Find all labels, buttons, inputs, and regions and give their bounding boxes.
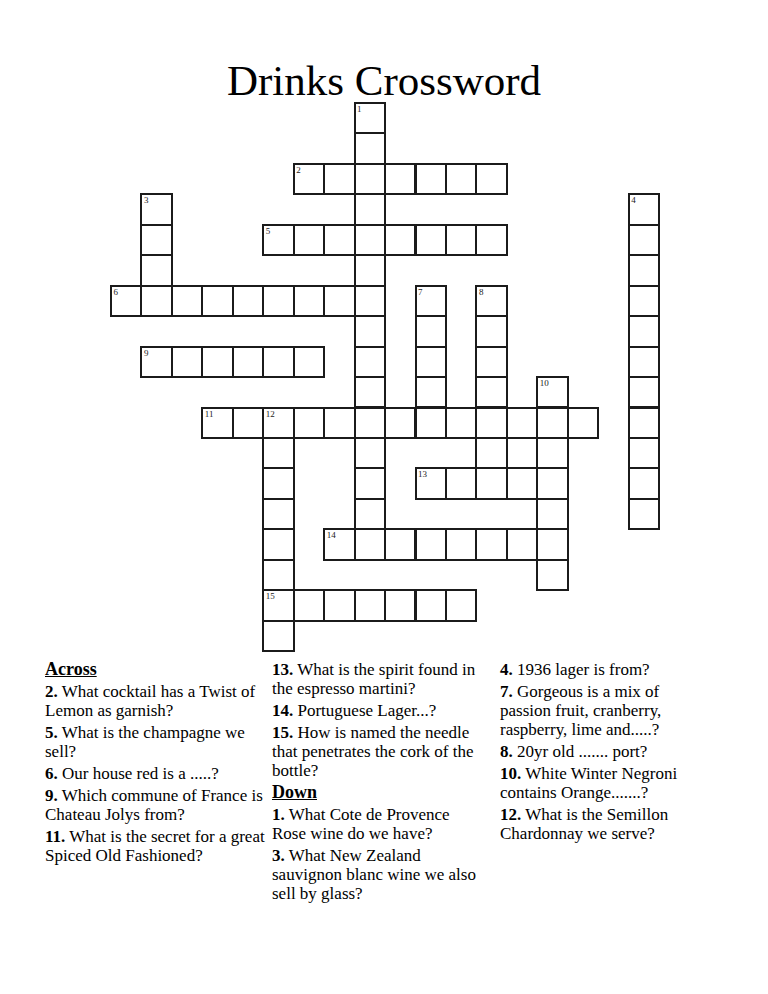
clue-across-2: 2. What cocktail has a Twist of Lemon as…: [45, 682, 265, 720]
grid-cell-r16c8[interactable]: [354, 589, 386, 621]
grid-cell-r10c8[interactable]: [354, 407, 386, 439]
clue-number-label: 8.: [500, 742, 513, 761]
grid-cell-r11c12[interactable]: [475, 437, 507, 469]
grid-cell-r2c8[interactable]: [354, 163, 386, 195]
grid-cell-r14c7[interactable]: 14: [323, 528, 355, 560]
grid-cell-r4c9[interactable]: [384, 224, 416, 256]
grid-cell-r10c7[interactable]: [323, 407, 355, 439]
clue-down-3: 3. What New Zealand sauvignon blanc wine…: [272, 846, 482, 903]
grid-cell-r13c5[interactable]: [262, 498, 294, 530]
clue-column-down: 4. 1936 lager is from?7. Gorgeous is a m…: [500, 660, 700, 846]
clue-number-label: 4.: [500, 660, 513, 679]
grid-cell-r14c13[interactable]: [506, 528, 538, 560]
cell-number-6: 6: [114, 287, 119, 297]
grid-cell-r7c17[interactable]: [628, 315, 660, 347]
grid-cell-r10c14[interactable]: [536, 407, 568, 439]
grid-cell-r12c8[interactable]: [354, 467, 386, 499]
grid-cell-r8c6[interactable]: [293, 346, 325, 378]
clue-number-label: 3.: [272, 846, 285, 865]
grid-cell-r16c9[interactable]: [384, 589, 416, 621]
grid-cell-r10c17[interactable]: [628, 407, 660, 439]
cell-number-11: 11: [205, 409, 214, 419]
cell-number-5: 5: [266, 226, 271, 236]
grid-cell-r10c13[interactable]: [506, 407, 538, 439]
grid-cell-r5c17[interactable]: [628, 254, 660, 286]
grid-cell-r6c8[interactable]: [354, 285, 386, 317]
grid-cell-r5c1[interactable]: [140, 254, 172, 286]
grid-cell-r12c11[interactable]: [445, 467, 477, 499]
grid-cell-r6c2[interactable]: [171, 285, 203, 317]
grid-cell-r4c11[interactable]: [445, 224, 477, 256]
grid-cell-r14c8[interactable]: [354, 528, 386, 560]
grid-cell-r2c12[interactable]: [475, 163, 507, 195]
grid-cell-r2c7[interactable]: [323, 163, 355, 195]
grid-cell-r6c4[interactable]: [232, 285, 264, 317]
grid-cell-r6c12[interactable]: 8: [475, 285, 507, 317]
grid-cell-r15c5[interactable]: [262, 559, 294, 591]
clue-down-1: 1. What Cote de Provence Rose wine do we…: [272, 805, 482, 843]
grid-cell-r8c5[interactable]: [262, 346, 294, 378]
clue-across-9: 9. Which commune of France is Chateau Jo…: [45, 786, 265, 824]
grid-cell-r7c12[interactable]: [475, 315, 507, 347]
clue-number-label: 2.: [45, 682, 58, 701]
grid-cell-r4c1[interactable]: [140, 224, 172, 256]
grid-cell-r10c9[interactable]: [384, 407, 416, 439]
grid-cell-r10c4[interactable]: [232, 407, 264, 439]
clue-text: What New Zealand sauvignon blanc wine we…: [272, 846, 476, 903]
grid-cell-r6c17[interactable]: [628, 285, 660, 317]
grid-cell-r8c12[interactable]: [475, 346, 507, 378]
grid-cell-r16c7[interactable]: [323, 589, 355, 621]
grid-cell-r11c8[interactable]: [354, 437, 386, 469]
clue-number-label: 6.: [45, 764, 58, 783]
crossword-grid: 123456789101112131415: [110, 102, 660, 652]
clue-text: What Cote de Provence Rose wine do we ha…: [272, 805, 450, 843]
clue-text: 1936 lager is from?: [513, 660, 650, 679]
clue-text: What cocktail has a Twist of Lemon as ga…: [45, 682, 255, 720]
grid-cell-r3c17[interactable]: 4: [628, 193, 660, 225]
clue-text: 20yr old ....... port?: [513, 742, 648, 761]
clue-number-label: 12.: [500, 805, 521, 824]
clue-number-label: 1.: [272, 805, 285, 824]
clue-text: What is the champagne we sell?: [45, 723, 245, 761]
clue-heading-across: Across: [45, 660, 265, 679]
grid-cell-r9c12[interactable]: [475, 376, 507, 408]
cell-number-12: 12: [266, 409, 275, 419]
grid-cell-r4c8[interactable]: [354, 224, 386, 256]
grid-cell-r2c10[interactable]: [415, 163, 447, 195]
clue-text: What is the secret for a great Spiced Ol…: [45, 827, 265, 865]
clue-number-label: 5.: [45, 723, 58, 742]
grid-cell-r0c8[interactable]: 1: [354, 102, 386, 134]
grid-cell-r8c2[interactable]: [171, 346, 203, 378]
grid-cell-r14c9[interactable]: [384, 528, 416, 560]
grid-cell-r11c14[interactable]: [536, 437, 568, 469]
grid-cell-r1c8[interactable]: [354, 132, 386, 164]
grid-cell-r12c17[interactable]: [628, 467, 660, 499]
grid-cell-r14c11[interactable]: [445, 528, 477, 560]
grid-cell-r8c1[interactable]: 9: [140, 346, 172, 378]
clue-number-label: 11.: [45, 827, 65, 846]
clue-across-5: 5. What is the champagne we sell?: [45, 723, 265, 761]
grid-cell-r15c14[interactable]: [536, 559, 568, 591]
clue-text: Gorgeous is a mix of passion fruit, cran…: [500, 682, 661, 739]
clue-down-4: 4. 1936 lager is from?: [500, 660, 700, 679]
cell-number-1: 1: [357, 104, 362, 114]
grid-cell-r8c3[interactable]: [201, 346, 233, 378]
clue-down-8: 8. 20yr old ....... port?: [500, 742, 700, 761]
grid-cell-r4c7[interactable]: [323, 224, 355, 256]
clue-column-middle: 13. What is the spirit found in the espr…: [272, 660, 482, 906]
grid-cell-r8c8[interactable]: [354, 346, 386, 378]
grid-cell-r6c0[interactable]: 6: [110, 285, 142, 317]
grid-cell-r9c17[interactable]: [628, 376, 660, 408]
clue-down-7: 7. Gorgeous is a mix of passion fruit, c…: [500, 682, 700, 739]
grid-cell-r6c7[interactable]: [323, 285, 355, 317]
cell-number-4: 4: [631, 195, 636, 205]
grid-cell-r6c10[interactable]: 7: [415, 285, 447, 317]
clue-heading-down: Down: [272, 783, 482, 802]
clue-text: Which commune of France is Chateau Jolys…: [45, 786, 263, 824]
grid-cell-r13c14[interactable]: [536, 498, 568, 530]
grid-cell-r16c10[interactable]: [415, 589, 447, 621]
grid-cell-r10c10[interactable]: [415, 407, 447, 439]
grid-cell-r10c3[interactable]: 11: [201, 407, 233, 439]
clue-across-13: 13. What is the spirit found in the espr…: [272, 660, 482, 698]
grid-cell-r10c12[interactable]: [475, 407, 507, 439]
grid-cell-r7c10[interactable]: [415, 315, 447, 347]
grid-cell-r6c1[interactable]: [140, 285, 172, 317]
clue-number-label: 14.: [272, 701, 293, 720]
grid-cell-r4c17[interactable]: [628, 224, 660, 256]
grid-cell-r16c6[interactable]: [293, 589, 325, 621]
grid-cell-r2c9[interactable]: [384, 163, 416, 195]
cell-number-3: 3: [144, 195, 149, 205]
grid-cell-r10c11[interactable]: [445, 407, 477, 439]
grid-cell-r12c14[interactable]: [536, 467, 568, 499]
clue-number-label: 13.: [272, 660, 293, 679]
grid-cell-r4c5[interactable]: 5: [262, 224, 294, 256]
grid-cell-r12c5[interactable]: [262, 467, 294, 499]
cell-number-10: 10: [540, 378, 549, 388]
grid-cell-r13c8[interactable]: [354, 498, 386, 530]
clue-across-6: 6. Our house red is a .....?: [45, 764, 265, 783]
grid-cell-r11c17[interactable]: [628, 437, 660, 469]
clue-text: White Winter Negroni contains Orange....…: [500, 764, 677, 802]
grid-cell-r12c12[interactable]: [475, 467, 507, 499]
clue-text: How is named the needle that penetrates …: [272, 723, 474, 780]
cell-number-7: 7: [418, 287, 423, 297]
grid-cell-r4c10[interactable]: [415, 224, 447, 256]
grid-cell-r9c10[interactable]: [415, 376, 447, 408]
clue-text: Our house red is a .....?: [58, 764, 219, 783]
grid-cell-r8c17[interactable]: [628, 346, 660, 378]
clue-across-15: 15. How is named the needle that penetra…: [272, 723, 482, 780]
grid-cell-r3c1[interactable]: 3: [140, 193, 172, 225]
clue-across-14: 14. Portuguese Lager...?: [272, 701, 482, 720]
grid-cell-r3c8[interactable]: [354, 193, 386, 225]
grid-cell-r6c5[interactable]: [262, 285, 294, 317]
clue-down-12: 12. What is the Semillon Chardonnay we s…: [500, 805, 700, 843]
clue-column-across: Across2. What cocktail has a Twist of Le…: [45, 660, 265, 868]
clue-down-10: 10. White Winter Negroni contains Orange…: [500, 764, 700, 802]
grid-cell-r10c5[interactable]: 12: [262, 407, 294, 439]
grid-cell-r10c6[interactable]: [293, 407, 325, 439]
grid-cell-r16c5[interactable]: 15: [262, 589, 294, 621]
clue-number-label: 10.: [500, 764, 521, 783]
grid-cell-r2c6[interactable]: 2: [293, 163, 325, 195]
page-title: Drinks Crossword: [0, 57, 768, 105]
grid-cell-r13c17[interactable]: [628, 498, 660, 530]
grid-cell-r10c15[interactable]: [567, 407, 599, 439]
clue-number-label: 9.: [45, 786, 58, 805]
grid-cell-r5c8[interactable]: [354, 254, 386, 286]
cell-number-8: 8: [479, 287, 484, 297]
grid-cell-r7c8[interactable]: [354, 315, 386, 347]
grid-cell-r9c14[interactable]: 10: [536, 376, 568, 408]
grid-cell-r14c10[interactable]: [415, 528, 447, 560]
grid-cell-r9c8[interactable]: [354, 376, 386, 408]
clue-number-label: 7.: [500, 682, 513, 701]
cell-number-2: 2: [296, 165, 301, 175]
cell-number-15: 15: [266, 591, 275, 601]
grid-cell-r17c5[interactable]: [262, 620, 294, 652]
clue-text: What is the spirit found in the espresso…: [272, 660, 475, 698]
grid-cell-r14c14[interactable]: [536, 528, 568, 560]
cell-number-14: 14: [327, 530, 336, 540]
grid-cell-r2c11[interactable]: [445, 163, 477, 195]
grid-cell-r12c10[interactable]: 13: [415, 467, 447, 499]
grid-cell-r12c13[interactable]: [506, 467, 538, 499]
grid-cell-r8c4[interactable]: [232, 346, 264, 378]
clue-text: What is the Semillon Chardonnay we serve…: [500, 805, 668, 843]
grid-cell-r6c3[interactable]: [201, 285, 233, 317]
cell-number-9: 9: [144, 348, 149, 358]
grid-cell-r14c5[interactable]: [262, 528, 294, 560]
grid-cell-r4c6[interactable]: [293, 224, 325, 256]
grid-cell-r16c11[interactable]: [445, 589, 477, 621]
cell-number-13: 13: [418, 469, 427, 479]
grid-cell-r14c12[interactable]: [475, 528, 507, 560]
grid-cell-r4c12[interactable]: [475, 224, 507, 256]
grid-cell-r11c5[interactable]: [262, 437, 294, 469]
grid-cell-r6c6[interactable]: [293, 285, 325, 317]
clue-across-11: 11. What is the secret for a great Spice…: [45, 827, 265, 865]
grid-cell-r8c10[interactable]: [415, 346, 447, 378]
clue-text: Portuguese Lager...?: [293, 701, 436, 720]
clue-number-label: 15.: [272, 723, 293, 742]
